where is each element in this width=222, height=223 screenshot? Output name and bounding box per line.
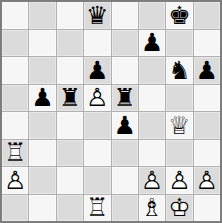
piece-outline-glyph: ♙: [194, 167, 220, 194]
square-g5[interactable]: [166, 85, 192, 112]
square-g4[interactable]: ♛♕: [166, 112, 192, 139]
square-g1[interactable]: ♚♔: [166, 195, 192, 222]
square-h3[interactable]: [194, 140, 220, 167]
piece-outline-glyph: ♙: [2, 167, 28, 194]
square-e6[interactable]: [112, 57, 138, 84]
square-f7[interactable]: ♟: [139, 30, 165, 57]
square-a5[interactable]: [2, 85, 28, 112]
piece-black-queen[interactable]: ♛: [84, 2, 110, 29]
piece-white-queen[interactable]: ♛♕: [166, 112, 192, 139]
square-h8[interactable]: [194, 2, 220, 29]
square-c6[interactable]: [57, 57, 83, 84]
piece-outline-glyph: ♕: [166, 112, 192, 139]
piece-white-pawn[interactable]: ♟♙: [2, 167, 28, 194]
square-d6[interactable]: ♟: [84, 57, 110, 84]
piece-white-rook[interactable]: ♜♖: [84, 195, 110, 222]
square-b2[interactable]: [29, 167, 55, 194]
piece-outline-glyph: ♙: [84, 85, 110, 112]
piece-black-pawn[interactable]: ♟: [139, 30, 165, 57]
piece-black-pawn[interactable]: ♟: [112, 112, 138, 139]
square-a1[interactable]: [2, 195, 28, 222]
square-e5[interactable]: ♜: [112, 85, 138, 112]
square-f6[interactable]: [139, 57, 165, 84]
square-e3[interactable]: [112, 140, 138, 167]
square-a3[interactable]: ♜♖: [2, 140, 28, 167]
piece-white-king[interactable]: ♚♔: [166, 195, 192, 222]
piece-black-pawn[interactable]: ♟: [194, 57, 220, 84]
square-e2[interactable]: [112, 167, 138, 194]
square-c8[interactable]: [57, 2, 83, 29]
square-e1[interactable]: [112, 195, 138, 222]
piece-black-king[interactable]: ♚: [166, 2, 192, 29]
square-d5[interactable]: ♟♙: [84, 85, 110, 112]
piece-white-bishop[interactable]: ♝♗: [139, 195, 165, 222]
square-g3[interactable]: [166, 140, 192, 167]
square-a4[interactable]: [2, 112, 28, 139]
piece-white-pawn[interactable]: ♟♙: [166, 167, 192, 194]
square-c3[interactable]: [57, 140, 83, 167]
square-c5[interactable]: ♜: [57, 85, 83, 112]
square-g2[interactable]: ♟♙: [166, 167, 192, 194]
square-c4[interactable]: [57, 112, 83, 139]
piece-outline-glyph: ♗: [139, 195, 165, 222]
square-h2[interactable]: ♟♙: [194, 167, 220, 194]
square-c2[interactable]: [57, 167, 83, 194]
square-e7[interactable]: [112, 30, 138, 57]
piece-black-pawn[interactable]: ♟: [84, 57, 110, 84]
square-a8[interactable]: [2, 2, 28, 29]
square-b7[interactable]: [29, 30, 55, 57]
square-h4[interactable]: [194, 112, 220, 139]
piece-outline-glyph: ♖: [84, 195, 110, 222]
piece-black-rook[interactable]: ♜: [57, 85, 83, 112]
square-d8[interactable]: ♛: [84, 2, 110, 29]
square-a2[interactable]: ♟♙: [2, 167, 28, 194]
piece-black-knight[interactable]: ♞: [166, 57, 192, 84]
piece-white-pawn[interactable]: ♟♙: [139, 167, 165, 194]
square-d3[interactable]: [84, 140, 110, 167]
square-b6[interactable]: [29, 57, 55, 84]
square-h7[interactable]: [194, 30, 220, 57]
square-a7[interactable]: [2, 30, 28, 57]
chess-board: ♛♚♟♟♞♟♟♜♟♙♜♟♛♕♜♖♟♙♟♙♟♙♟♙♜♖♝♗♚♔: [0, 0, 222, 223]
square-d1[interactable]: ♜♖: [84, 195, 110, 222]
piece-outline-glyph: ♙: [166, 167, 192, 194]
square-f4[interactable]: [139, 112, 165, 139]
piece-white-rook[interactable]: ♜♖: [2, 140, 28, 167]
square-c7[interactable]: [57, 30, 83, 57]
square-f5[interactable]: [139, 85, 165, 112]
square-d4[interactable]: [84, 112, 110, 139]
piece-outline-glyph: ♔: [166, 195, 192, 222]
square-b3[interactable]: [29, 140, 55, 167]
square-h5[interactable]: [194, 85, 220, 112]
square-f3[interactable]: [139, 140, 165, 167]
square-b1[interactable]: [29, 195, 55, 222]
piece-white-pawn[interactable]: ♟♙: [84, 85, 110, 112]
piece-white-pawn[interactable]: ♟♙: [194, 167, 220, 194]
square-f1[interactable]: ♝♗: [139, 195, 165, 222]
piece-outline-glyph: ♙: [139, 167, 165, 194]
square-c1[interactable]: [57, 195, 83, 222]
square-b4[interactable]: [29, 112, 55, 139]
square-g8[interactable]: ♚: [166, 2, 192, 29]
piece-black-rook[interactable]: ♜: [112, 85, 138, 112]
square-e4[interactable]: ♟: [112, 112, 138, 139]
square-g6[interactable]: ♞: [166, 57, 192, 84]
piece-outline-glyph: ♖: [2, 140, 28, 167]
square-h6[interactable]: ♟: [194, 57, 220, 84]
square-g7[interactable]: [166, 30, 192, 57]
square-h1[interactable]: [194, 195, 220, 222]
square-d7[interactable]: [84, 30, 110, 57]
square-b8[interactable]: [29, 2, 55, 29]
square-f2[interactable]: ♟♙: [139, 167, 165, 194]
square-f8[interactable]: [139, 2, 165, 29]
square-d2[interactable]: [84, 167, 110, 194]
square-e8[interactable]: [112, 2, 138, 29]
square-b5[interactable]: ♟: [29, 85, 55, 112]
piece-black-pawn[interactable]: ♟: [29, 85, 55, 112]
square-a6[interactable]: [2, 57, 28, 84]
